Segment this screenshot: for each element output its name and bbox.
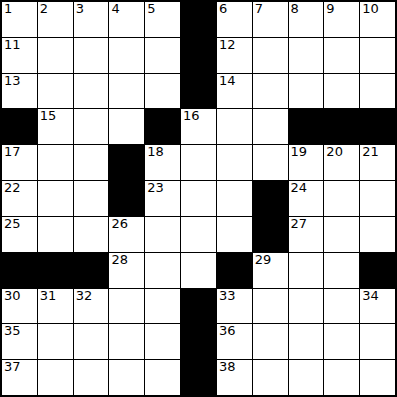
- black-cell-r8c7: [217, 253, 252, 288]
- black-cell-r2c6: [181, 38, 216, 73]
- cell-r9c5[interactable]: [145, 289, 180, 324]
- cell-r11c5[interactable]: [145, 360, 180, 395]
- clue-number-23: 23: [147, 181, 164, 196]
- clue-number-27: 27: [291, 217, 308, 232]
- cell-r2c4[interactable]: [109, 38, 144, 73]
- cell-r6c11[interactable]: [360, 181, 395, 216]
- clue-number-19: 19: [291, 145, 308, 160]
- black-cell-r8c2: [38, 253, 73, 288]
- cell-r6c10[interactable]: [324, 181, 359, 216]
- cell-r5c9[interactable]: 19: [289, 145, 324, 180]
- cell-r7c11[interactable]: [360, 217, 395, 252]
- clue-number-14: 14: [219, 74, 236, 89]
- cell-r4c8[interactable]: [253, 109, 288, 144]
- cell-r5c11[interactable]: 21: [360, 145, 395, 180]
- cell-r6c2[interactable]: [38, 181, 73, 216]
- cell-r5c7[interactable]: [217, 145, 252, 180]
- cell-r11c8[interactable]: [253, 360, 288, 395]
- cell-r7c6[interactable]: [181, 217, 216, 252]
- clue-number-30: 30: [4, 289, 21, 304]
- cell-r11c1[interactable]: 37: [2, 360, 37, 395]
- cell-r8c6[interactable]: [181, 253, 216, 288]
- cell-r5c2[interactable]: [38, 145, 73, 180]
- black-cell-r6c8: [253, 181, 288, 216]
- cell-r1c7[interactable]: 6: [217, 2, 252, 37]
- cell-r1c11[interactable]: 10: [360, 2, 395, 37]
- cell-r3c10[interactable]: [324, 74, 359, 109]
- cell-r1c5[interactable]: 5: [145, 2, 180, 37]
- cell-r10c8[interactable]: [253, 324, 288, 359]
- cell-r6c7[interactable]: [217, 181, 252, 216]
- cell-r6c6[interactable]: [181, 181, 216, 216]
- clue-number-18: 18: [147, 145, 164, 160]
- cell-r1c8[interactable]: 7: [253, 2, 288, 37]
- clue-number-3: 3: [76, 2, 84, 17]
- clue-number-24: 24: [291, 181, 308, 196]
- black-cell-r4c11: [360, 109, 395, 144]
- clue-number-7: 7: [255, 2, 263, 17]
- clue-number-31: 31: [40, 289, 57, 304]
- clue-number-10: 10: [362, 2, 379, 17]
- cell-r7c9[interactable]: 27: [289, 217, 324, 252]
- clue-number-28: 28: [111, 253, 128, 268]
- cell-r9c7[interactable]: 33: [217, 289, 252, 324]
- clue-number-38: 38: [219, 360, 236, 375]
- cell-r5c10[interactable]: 20: [324, 145, 359, 180]
- cell-r10c5[interactable]: [145, 324, 180, 359]
- cell-r3c9[interactable]: [289, 74, 324, 109]
- black-cell-r8c11: [360, 253, 395, 288]
- black-cell-r4c5: [145, 109, 180, 144]
- cell-r1c3[interactable]: 3: [74, 2, 109, 37]
- clue-number-29: 29: [255, 253, 272, 268]
- cell-r5c6[interactable]: [181, 145, 216, 180]
- clue-number-16: 16: [183, 109, 200, 124]
- cell-r9c8[interactable]: [253, 289, 288, 324]
- cell-r2c9[interactable]: [289, 38, 324, 73]
- black-cell-r3c6: [181, 74, 216, 109]
- cell-r9c2[interactable]: 31: [38, 289, 73, 324]
- cell-r9c9[interactable]: [289, 289, 324, 324]
- cell-r3c2[interactable]: [38, 74, 73, 109]
- cell-r8c9[interactable]: [289, 253, 324, 288]
- clue-number-15: 15: [40, 109, 57, 124]
- cell-r1c1[interactable]: 1: [2, 2, 37, 37]
- cell-r3c3[interactable]: [74, 74, 109, 109]
- cell-r7c1[interactable]: 25: [2, 217, 37, 252]
- cell-r9c4[interactable]: [109, 289, 144, 324]
- cell-r2c1[interactable]: 11: [2, 38, 37, 73]
- cell-r4c3[interactable]: [74, 109, 109, 144]
- cell-r7c2[interactable]: [38, 217, 73, 252]
- cell-r6c5[interactable]: 23: [145, 181, 180, 216]
- cell-r3c11[interactable]: [360, 74, 395, 109]
- cell-r10c10[interactable]: [324, 324, 359, 359]
- black-cell-r4c9: [289, 109, 324, 144]
- cell-r5c5[interactable]: 18: [145, 145, 180, 180]
- clue-number-32: 32: [76, 289, 93, 304]
- clue-number-20: 20: [326, 145, 343, 160]
- cell-r3c4[interactable]: [109, 74, 144, 109]
- cell-r3c5[interactable]: [145, 74, 180, 109]
- cell-r3c1[interactable]: 13: [2, 74, 37, 109]
- cell-r3c7[interactable]: 14: [217, 74, 252, 109]
- black-cell-r7c8: [253, 217, 288, 252]
- black-cell-r4c1: [2, 109, 37, 144]
- cell-r11c4[interactable]: [109, 360, 144, 395]
- clue-number-22: 22: [4, 181, 21, 196]
- cell-r6c3[interactable]: [74, 181, 109, 216]
- cell-r11c11[interactable]: [360, 360, 395, 395]
- clue-number-9: 9: [326, 2, 334, 17]
- cell-r4c6[interactable]: 16: [181, 109, 216, 144]
- cell-r2c11[interactable]: [360, 38, 395, 73]
- cell-r5c3[interactable]: [74, 145, 109, 180]
- black-cell-r6c4: [109, 181, 144, 216]
- cell-r4c7[interactable]: [217, 109, 252, 144]
- cell-r1c2[interactable]: 2: [38, 2, 73, 37]
- cell-r2c7[interactable]: 12: [217, 38, 252, 73]
- cell-r7c10[interactable]: [324, 217, 359, 252]
- clue-number-2: 2: [40, 2, 48, 17]
- cell-r1c10[interactable]: 9: [324, 2, 359, 37]
- black-cell-r8c3: [74, 253, 109, 288]
- black-cell-r11c6: [181, 360, 216, 395]
- clue-number-1: 1: [4, 2, 12, 17]
- clue-number-13: 13: [4, 74, 21, 89]
- cell-r4c4[interactable]: [109, 109, 144, 144]
- cell-r7c5[interactable]: [145, 217, 180, 252]
- clue-number-6: 6: [219, 2, 227, 17]
- clue-number-8: 8: [291, 2, 299, 17]
- cell-r9c3[interactable]: 32: [74, 289, 109, 324]
- clue-number-26: 26: [111, 217, 128, 232]
- clue-number-35: 35: [4, 324, 21, 339]
- cell-r2c2[interactable]: [38, 38, 73, 73]
- clue-number-34: 34: [362, 289, 379, 304]
- black-cell-r1c6: [181, 2, 216, 37]
- cell-r3c8[interactable]: [253, 74, 288, 109]
- crossword-board: 1234567891011121314151617181920212223242…: [0, 0, 397, 397]
- black-cell-r9c6: [181, 289, 216, 324]
- clue-number-12: 12: [219, 38, 236, 53]
- cell-r5c1[interactable]: 17: [2, 145, 37, 180]
- cell-r8c8[interactable]: 29: [253, 253, 288, 288]
- cell-r8c4[interactable]: 28: [109, 253, 144, 288]
- cell-r1c4[interactable]: 4: [109, 2, 144, 37]
- cell-r9c11[interactable]: 34: [360, 289, 395, 324]
- cell-r2c3[interactable]: [74, 38, 109, 73]
- cell-r11c2[interactable]: [38, 360, 73, 395]
- clue-number-5: 5: [147, 2, 155, 17]
- cell-r5c8[interactable]: [253, 145, 288, 180]
- cell-r10c4[interactable]: [109, 324, 144, 359]
- cell-r10c11[interactable]: [360, 324, 395, 359]
- cell-r10c2[interactable]: [38, 324, 73, 359]
- cell-r2c10[interactable]: [324, 38, 359, 73]
- cell-r9c1[interactable]: 30: [2, 289, 37, 324]
- cell-r11c9[interactable]: [289, 360, 324, 395]
- cell-r8c5[interactable]: [145, 253, 180, 288]
- clue-number-11: 11: [4, 38, 21, 53]
- cell-r4c2[interactable]: 15: [38, 109, 73, 144]
- crossword-grid: 1234567891011121314151617181920212223242…: [0, 0, 397, 397]
- clue-number-36: 36: [219, 324, 236, 339]
- cell-r10c9[interactable]: [289, 324, 324, 359]
- clue-number-4: 4: [111, 2, 119, 17]
- clue-number-33: 33: [219, 289, 236, 304]
- black-cell-r5c4: [109, 145, 144, 180]
- cell-r8c10[interactable]: [324, 253, 359, 288]
- clue-number-21: 21: [362, 145, 379, 160]
- cell-r2c5[interactable]: [145, 38, 180, 73]
- cell-r11c3[interactable]: [74, 360, 109, 395]
- cell-r11c10[interactable]: [324, 360, 359, 395]
- clue-number-17: 17: [4, 145, 21, 160]
- cell-r7c3[interactable]: [74, 217, 109, 252]
- black-cell-r4c10: [324, 109, 359, 144]
- cell-r10c7[interactable]: 36: [217, 324, 252, 359]
- clue-number-25: 25: [4, 217, 21, 232]
- cell-r7c7[interactable]: [217, 217, 252, 252]
- cell-r10c3[interactable]: [74, 324, 109, 359]
- cell-r6c1[interactable]: 22: [2, 181, 37, 216]
- cell-r7c4[interactable]: 26: [109, 217, 144, 252]
- clue-number-37: 37: [4, 360, 21, 375]
- black-cell-r10c6: [181, 324, 216, 359]
- cell-r11c7[interactable]: 38: [217, 360, 252, 395]
- cell-r6c9[interactable]: 24: [289, 181, 324, 216]
- black-cell-r8c1: [2, 253, 37, 288]
- cell-r2c8[interactable]: [253, 38, 288, 73]
- cell-r9c10[interactable]: [324, 289, 359, 324]
- cell-r1c9[interactable]: 8: [289, 2, 324, 37]
- cell-r10c1[interactable]: 35: [2, 324, 37, 359]
